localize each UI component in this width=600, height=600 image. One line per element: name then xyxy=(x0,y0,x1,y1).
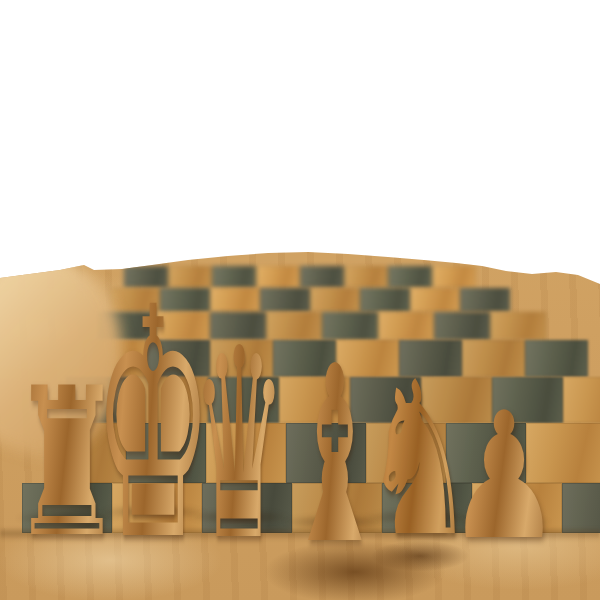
square-h3[interactable] xyxy=(563,377,600,423)
square-g6[interactable] xyxy=(410,288,460,312)
square-c7[interactable] xyxy=(212,266,256,288)
square-f6[interactable] xyxy=(360,288,410,312)
chess-set-photo: ♜ ♚ ♛ ♝ ♞ ♟ xyxy=(0,0,600,600)
square-h5[interactable] xyxy=(490,312,546,340)
square-e7[interactable] xyxy=(300,266,344,288)
square-e6[interactable] xyxy=(310,288,360,312)
square-d7[interactable] xyxy=(256,266,300,288)
square-h7[interactable] xyxy=(432,266,476,288)
square-h6[interactable] xyxy=(460,288,510,312)
square-g7[interactable] xyxy=(388,266,432,288)
square-g1[interactable] xyxy=(562,483,600,533)
piece-pawn[interactable]: ♟ xyxy=(446,389,562,564)
piece-queen[interactable]: ♛ xyxy=(192,314,286,577)
square-f7[interactable] xyxy=(344,266,388,288)
square-h4[interactable] xyxy=(525,340,588,377)
